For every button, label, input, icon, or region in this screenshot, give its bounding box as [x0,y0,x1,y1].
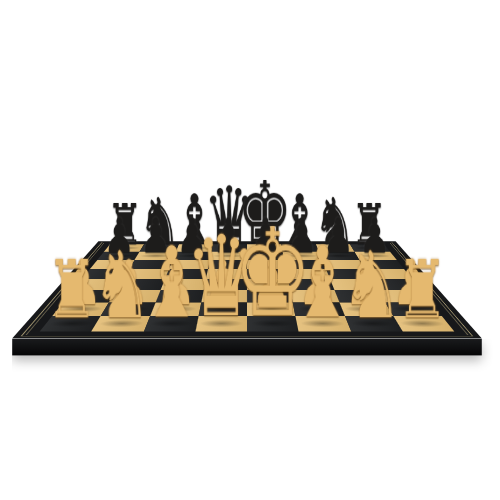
square-h6 [359,260,404,269]
piece-shadow [249,246,280,250]
square-b7: ♟ [135,252,176,260]
square-f5 [286,269,329,279]
square-c5 [165,269,208,279]
square-d8: ♛ [211,244,247,252]
square-f7: ♟ [283,252,322,260]
piece-shadow [175,254,208,258]
square-f6 [284,260,325,269]
square-g4 [330,279,378,290]
piece-shadow [322,254,356,258]
piece-shadow [349,320,397,328]
square-d4 [204,279,247,290]
square-b1: ♞ [92,316,150,332]
square-c2: ♟ [150,302,201,316]
piece-shadow [212,254,244,258]
square-e7: ♟ [247,252,284,260]
square-h8: ♜ [350,244,390,252]
square-c4 [160,279,206,290]
square-d2: ♟ [198,302,247,316]
square-g3 [334,290,385,302]
piece-shadow [108,246,141,250]
piece-shadow [101,254,136,258]
square-a8: ♜ [104,244,144,252]
square-b8: ♞ [140,244,179,252]
square-f8: ♝ [281,244,318,252]
square-g8: ♞ [316,244,355,252]
square-e2: ♟ [247,302,296,316]
square-a6 [90,260,135,269]
board-front-edge [12,339,482,356]
square-c1: ♝ [143,316,198,332]
piece-shadow [250,306,292,313]
chess-board: ♜♞♝♛♚♝♞♜♟♟♟♟♟♟♟♟♟♟♟♟♟♟♟♟♜♞♝♛♚♝♞♜ [12,241,482,338]
square-d5 [206,269,247,279]
piece-shadow [285,254,318,258]
square-b2: ♟ [101,302,155,316]
square-b5 [123,269,168,279]
piece-shadow [297,306,340,313]
square-f2: ♟ [293,302,344,316]
square-c6 [169,260,210,269]
square-c8: ♝ [175,244,212,252]
square-e3 [247,290,293,302]
square-b6 [129,260,172,269]
black-king: ♚ [228,171,301,256]
square-a5 [82,269,129,279]
piece-shadow [202,306,244,313]
square-e5 [247,269,288,279]
square-h7: ♟ [354,252,396,260]
square-e8: ♚ [247,244,283,252]
piece-shadow [300,320,346,328]
square-c3 [155,290,203,302]
square-a4 [73,279,123,290]
square-b3 [109,290,160,302]
square-c7: ♟ [172,252,211,260]
piece-shadow [138,254,172,258]
square-g1: ♞ [344,316,402,332]
square-b4 [117,279,165,290]
square-a1: ♜ [40,316,101,332]
square-f3 [290,290,338,302]
square-h3 [377,290,430,302]
square-f1: ♝ [296,316,351,332]
piece-shadow [343,306,388,313]
square-d7: ♟ [210,252,247,260]
square-h1: ♜ [393,316,454,332]
square-d6 [208,260,247,269]
piece-shadow [353,246,386,250]
piece-shadow [214,246,245,250]
square-g6 [322,260,365,269]
piece-shadow [199,320,244,328]
square-d3 [201,290,247,302]
piece-shadow [399,320,448,328]
square-h5 [365,269,412,279]
piece-shadow [58,306,104,313]
piece-shadow [154,306,197,313]
piece-shadow [318,246,350,250]
piece-shadow [106,306,151,313]
square-h2: ♟ [385,302,442,316]
piece-shadow [390,306,436,313]
board-squares: ♜♞♝♛♚♝♞♜♟♟♟♟♟♟♟♟♟♟♟♟♟♟♟♟♜♞♝♛♚♝♞♜ [40,244,455,331]
piece-shadow [249,254,281,258]
chess-set-photo: ♜♞♝♛♚♝♞♜♟♟♟♟♟♟♟♟♟♟♟♟♟♟♟♟♜♞♝♛♚♝♞♜ [0,0,500,500]
square-e4 [247,279,290,290]
piece-shadow [143,246,175,250]
square-g5 [325,269,370,279]
square-h4 [371,279,421,290]
square-e1: ♚ [247,316,299,332]
piece-shadow [97,320,145,328]
piece-shadow [148,320,194,328]
square-e6 [247,260,286,269]
square-d1: ♛ [195,316,247,332]
square-a7: ♟ [97,252,139,260]
black-queen: ♛ [193,177,266,255]
piece-shadow [284,246,316,250]
piece-shadow [358,254,393,258]
square-g2: ♟ [339,302,393,316]
square-a3 [63,290,116,302]
piece-shadow [46,320,95,328]
square-f4 [288,279,334,290]
piece-shadow [179,246,211,250]
piece-shadow [250,320,295,328]
square-g7: ♟ [319,252,360,260]
